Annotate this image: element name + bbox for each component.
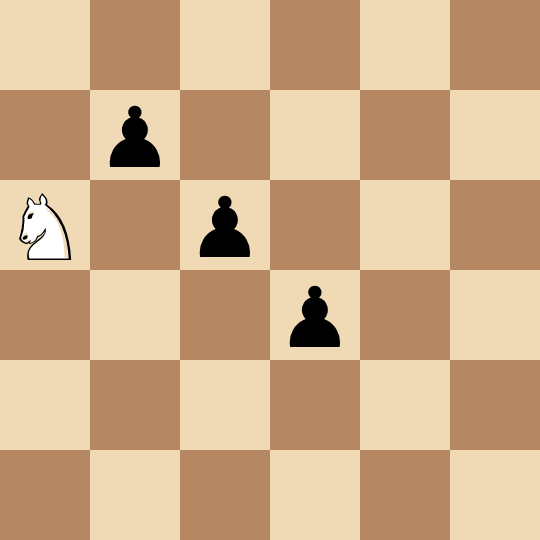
square-r2c2[interactable]: ♟ [90, 90, 180, 180]
square-r1c6[interactable] [450, 0, 540, 90]
square-r3c2[interactable] [90, 180, 180, 270]
square-r3c4[interactable] [270, 180, 360, 270]
square-r4c3[interactable] [180, 270, 270, 360]
square-r1c1[interactable] [0, 0, 90, 90]
square-r5c4[interactable] [270, 360, 360, 450]
square-r4c1[interactable] [0, 270, 90, 360]
black-pawn[interactable]: ♟ [270, 270, 360, 360]
white-knight[interactable]: ♞♘ [0, 180, 90, 270]
square-r2c4[interactable] [270, 90, 360, 180]
square-r2c6[interactable] [450, 90, 540, 180]
black-pawn-glyph: ♟ [90, 93, 180, 183]
square-r5c5[interactable] [360, 360, 450, 450]
square-r2c3[interactable] [180, 90, 270, 180]
white-knight-outline: ♘ [0, 184, 90, 274]
black-pawn-glyph: ♟ [180, 183, 270, 273]
square-r5c2[interactable] [90, 360, 180, 450]
square-r2c1[interactable] [0, 90, 90, 180]
square-r4c5[interactable] [360, 270, 450, 360]
black-pawn[interactable]: ♟ [180, 180, 270, 270]
black-pawn[interactable]: ♟ [90, 90, 180, 180]
square-r5c1[interactable] [0, 360, 90, 450]
square-r1c4[interactable] [270, 0, 360, 90]
square-r5c3[interactable] [180, 360, 270, 450]
square-r6c3[interactable] [180, 450, 270, 540]
square-r6c1[interactable] [0, 450, 90, 540]
white-knight-fill: ♞ [0, 184, 90, 274]
square-r6c4[interactable] [270, 450, 360, 540]
square-r6c5[interactable] [360, 450, 450, 540]
square-r5c6[interactable] [450, 360, 540, 450]
square-r2c5[interactable] [360, 90, 450, 180]
square-r6c6[interactable] [450, 450, 540, 540]
square-r1c5[interactable] [360, 0, 450, 90]
black-pawn-glyph: ♟ [270, 273, 360, 363]
square-r4c4[interactable]: ♟ [270, 270, 360, 360]
square-r1c2[interactable] [90, 0, 180, 90]
square-r1c3[interactable] [180, 0, 270, 90]
square-r3c3[interactable]: ♟ [180, 180, 270, 270]
square-r3c5[interactable] [360, 180, 450, 270]
square-r6c2[interactable] [90, 450, 180, 540]
square-r3c1[interactable]: ♞♘ [0, 180, 90, 270]
square-r3c6[interactable] [450, 180, 540, 270]
square-r4c6[interactable] [450, 270, 540, 360]
square-r4c2[interactable] [90, 270, 180, 360]
chess-board: ♟♞♘♟♟ [0, 0, 540, 540]
